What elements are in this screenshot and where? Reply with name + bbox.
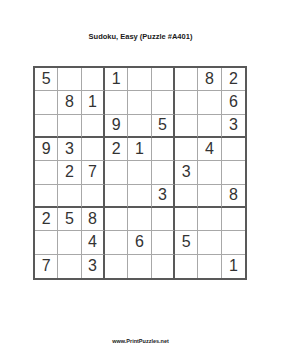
cell-r9c9: 1 xyxy=(222,255,245,278)
cell-r3c3 xyxy=(82,115,105,138)
cell-r7c6 xyxy=(152,208,175,231)
cell-r5c6 xyxy=(152,161,175,184)
cell-r5c5 xyxy=(128,161,151,184)
cell-r6c2 xyxy=(58,185,81,208)
cell-r8c7: 5 xyxy=(175,231,198,254)
cell-r6c1 xyxy=(35,185,58,208)
cell-r1c1: 5 xyxy=(35,68,58,91)
cell-r7c3: 8 xyxy=(82,208,105,231)
page-title: Sudoku, Easy (Puzzle #A401) xyxy=(0,31,281,43)
cell-r6c7 xyxy=(175,185,198,208)
cell-r7c2: 5 xyxy=(58,208,81,231)
cell-r4c3 xyxy=(82,138,105,161)
cell-r8c9 xyxy=(222,231,245,254)
cell-r4c9 xyxy=(222,138,245,161)
cell-r2c8 xyxy=(198,91,221,114)
cell-r2c4 xyxy=(105,91,128,114)
cell-r1c4: 1 xyxy=(105,68,128,91)
cell-r2c7 xyxy=(175,91,198,114)
cell-r3c9: 3 xyxy=(222,115,245,138)
cell-r2c2: 8 xyxy=(58,91,81,114)
cell-r2c1 xyxy=(35,91,58,114)
cell-r7c4 xyxy=(105,208,128,231)
cell-r3c4: 9 xyxy=(105,115,128,138)
cell-r1c8: 8 xyxy=(198,68,221,91)
cell-r6c8 xyxy=(198,185,221,208)
cell-r2c6 xyxy=(152,91,175,114)
cell-r7c7 xyxy=(175,208,198,231)
cell-r1c9: 2 xyxy=(222,68,245,91)
cell-r7c5 xyxy=(128,208,151,231)
cell-r8c3: 4 xyxy=(82,231,105,254)
cell-r9c8 xyxy=(198,255,221,278)
cell-r5c8 xyxy=(198,161,221,184)
cell-r8c4 xyxy=(105,231,128,254)
cell-r4c8: 4 xyxy=(198,138,221,161)
cell-r3c8 xyxy=(198,115,221,138)
cell-r1c3 xyxy=(82,68,105,91)
cell-r4c2: 3 xyxy=(58,138,81,161)
cell-r8c8 xyxy=(198,231,221,254)
sudoku-grid: 51828169539321427338258465731 xyxy=(33,66,247,280)
cell-r9c2 xyxy=(58,255,81,278)
cell-r5c3: 7 xyxy=(82,161,105,184)
cell-r4c4: 2 xyxy=(105,138,128,161)
cell-r6c3 xyxy=(82,185,105,208)
cell-r8c1 xyxy=(35,231,58,254)
cell-r5c2: 2 xyxy=(58,161,81,184)
cell-r2c5 xyxy=(128,91,151,114)
cell-r8c6 xyxy=(152,231,175,254)
cell-r2c3: 1 xyxy=(82,91,105,114)
cell-r3c5 xyxy=(128,115,151,138)
cell-r7c1: 2 xyxy=(35,208,58,231)
cell-r6c5 xyxy=(128,185,151,208)
cell-r1c2 xyxy=(58,68,81,91)
cell-r5c1 xyxy=(35,161,58,184)
cell-r8c5: 6 xyxy=(128,231,151,254)
footer-url: www.PrintPuzzles.net xyxy=(0,337,281,345)
cell-r1c7 xyxy=(175,68,198,91)
cell-r7c8 xyxy=(198,208,221,231)
cell-r4c7 xyxy=(175,138,198,161)
cell-r5c7: 3 xyxy=(175,161,198,184)
cell-r7c9 xyxy=(222,208,245,231)
cell-r3c2 xyxy=(58,115,81,138)
cell-r3c1 xyxy=(35,115,58,138)
cell-r9c4 xyxy=(105,255,128,278)
cell-r5c9 xyxy=(222,161,245,184)
cell-r9c3: 3 xyxy=(82,255,105,278)
cell-r4c1: 9 xyxy=(35,138,58,161)
cell-r4c5: 1 xyxy=(128,138,151,161)
cell-r9c5 xyxy=(128,255,151,278)
cell-r9c1: 7 xyxy=(35,255,58,278)
cell-r6c4 xyxy=(105,185,128,208)
cell-r9c6 xyxy=(152,255,175,278)
cell-r4c6 xyxy=(152,138,175,161)
cell-r3c6: 5 xyxy=(152,115,175,138)
cell-r3c7 xyxy=(175,115,198,138)
cell-r2c9: 6 xyxy=(222,91,245,114)
cell-r1c5 xyxy=(128,68,151,91)
cell-r5c4 xyxy=(105,161,128,184)
cell-r8c2 xyxy=(58,231,81,254)
cell-r9c7 xyxy=(175,255,198,278)
cell-r6c9: 8 xyxy=(222,185,245,208)
cell-r1c6 xyxy=(152,68,175,91)
puzzle-page: Sudoku, Easy (Puzzle #A401) 518281695393… xyxy=(0,0,281,363)
cell-r6c6: 3 xyxy=(152,185,175,208)
